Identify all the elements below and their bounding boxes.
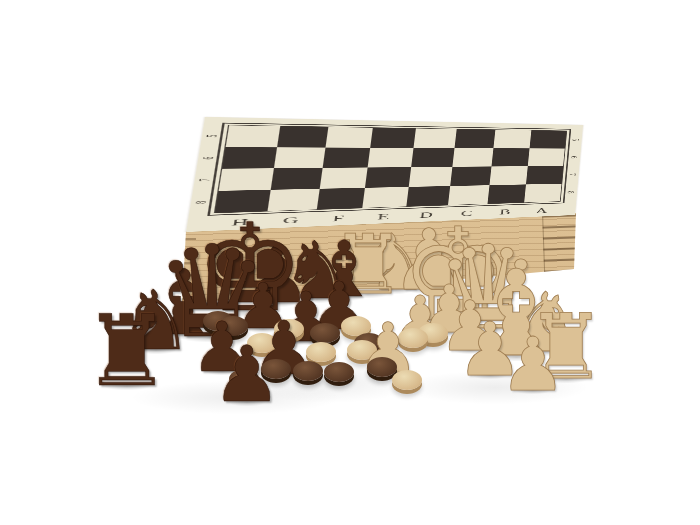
rank-label-right-6: 6 xyxy=(555,154,594,159)
checker-light xyxy=(392,370,422,390)
square-c5 xyxy=(454,129,495,148)
square-e7 xyxy=(365,167,411,187)
square-f7 xyxy=(319,167,368,188)
square-b7 xyxy=(489,166,528,185)
checker-dark xyxy=(367,357,397,377)
checker-dark xyxy=(293,361,323,381)
square-b5 xyxy=(493,130,532,148)
square-c7 xyxy=(450,166,491,185)
square-d6 xyxy=(411,148,454,167)
square-d5 xyxy=(414,128,457,147)
square-g5 xyxy=(277,126,328,147)
square-f8 xyxy=(316,188,365,210)
light-pawn: ♟ xyxy=(500,336,566,392)
file-label-a: A xyxy=(523,206,559,215)
rank-label-left-5: 5 xyxy=(180,132,242,139)
square-g7 xyxy=(270,168,322,190)
dark-rook: ♜ xyxy=(83,314,171,388)
square-d7 xyxy=(409,167,452,187)
rank-label-right-5: 5 xyxy=(556,137,594,143)
square-f6 xyxy=(322,147,370,168)
rank-labels-right: 5678 xyxy=(565,131,583,201)
rank-label-right-7: 7 xyxy=(553,172,592,178)
square-e6 xyxy=(368,148,414,168)
square-b6 xyxy=(491,148,530,166)
rank-label-left-6: 6 xyxy=(176,154,238,161)
rank-label-right-8: 8 xyxy=(551,189,590,195)
dark-pawn: ♟ xyxy=(212,346,281,404)
rank-label-left-7: 7 xyxy=(172,176,234,184)
square-g6 xyxy=(274,147,325,168)
square-c6 xyxy=(452,148,493,167)
square-f5 xyxy=(325,127,373,148)
checker-dark xyxy=(324,362,354,382)
chess-set-product-photo: HGFEDCBA 5678 5678 ♜♞♝♛♚♟♞♝♟♟♟♟♟♟♜♞♟♚♛♝♞… xyxy=(0,0,700,525)
square-e5 xyxy=(370,128,415,148)
